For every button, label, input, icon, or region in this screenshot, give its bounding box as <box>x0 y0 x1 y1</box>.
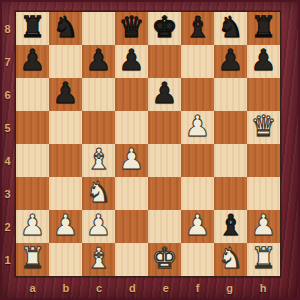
file-label-d: d <box>116 277 150 298</box>
white-pawn: ♟ <box>185 112 211 141</box>
square-b6[interactable]: ♟ <box>49 78 82 111</box>
square-f2[interactable]: ♟ <box>181 210 214 243</box>
white-rook: ♜ <box>251 244 277 273</box>
file-label-e: e <box>149 277 182 298</box>
black-bishop: ♝ <box>218 211 244 240</box>
square-e7[interactable] <box>148 45 181 78</box>
square-c3[interactable]: ♞ <box>82 177 115 210</box>
square-g1[interactable]: ♞ <box>214 243 247 276</box>
square-h2[interactable]: ♟ <box>247 210 280 243</box>
square-f4[interactable] <box>181 144 214 177</box>
square-h4[interactable] <box>247 144 280 177</box>
rank-label-1: 1 <box>0 243 15 276</box>
white-queen: ♛ <box>251 112 277 141</box>
square-a6[interactable] <box>16 78 49 111</box>
black-pawn: ♟ <box>86 46 112 75</box>
square-f8[interactable]: ♝ <box>181 12 214 45</box>
square-d8[interactable]: ♛ <box>115 12 148 45</box>
white-king: ♚ <box>152 244 178 273</box>
square-b5[interactable] <box>49 111 82 144</box>
black-knight: ♞ <box>53 13 79 42</box>
square-a3[interactable] <box>16 177 49 210</box>
square-g4[interactable] <box>214 144 247 177</box>
square-f5[interactable]: ♟ <box>181 111 214 144</box>
square-g7[interactable]: ♟ <box>214 45 247 78</box>
square-b8[interactable]: ♞ <box>49 12 82 45</box>
square-g2[interactable]: ♝ <box>214 210 247 243</box>
square-b1[interactable] <box>49 243 82 276</box>
square-a2[interactable]: ♟ <box>16 210 49 243</box>
file-label-h: h <box>246 277 280 298</box>
square-d6[interactable] <box>115 78 148 111</box>
black-pawn: ♟ <box>251 46 277 75</box>
square-g8[interactable]: ♞ <box>214 12 247 45</box>
square-b4[interactable] <box>49 144 82 177</box>
square-c5[interactable] <box>82 111 115 144</box>
square-d5[interactable] <box>115 111 148 144</box>
square-f1[interactable] <box>181 243 214 276</box>
black-pawn: ♟ <box>119 46 145 75</box>
square-h5[interactable]: ♛ <box>247 111 280 144</box>
file-label-f: f <box>182 277 213 298</box>
square-h1[interactable]: ♜ <box>247 243 280 276</box>
square-e6[interactable]: ♟ <box>148 78 181 111</box>
square-d2[interactable] <box>115 210 148 243</box>
square-a7[interactable]: ♟ <box>16 45 49 78</box>
square-g6[interactable] <box>214 78 247 111</box>
square-h7[interactable]: ♟ <box>247 45 280 78</box>
square-d7[interactable]: ♟ <box>115 45 148 78</box>
black-king: ♚ <box>152 13 178 42</box>
square-h6[interactable] <box>247 78 280 111</box>
rank-label-7: 7 <box>0 45 15 78</box>
square-e5[interactable] <box>148 111 181 144</box>
black-rook: ♜ <box>251 13 277 42</box>
square-a5[interactable] <box>16 111 49 144</box>
square-g3[interactable] <box>214 177 247 210</box>
square-d1[interactable] <box>115 243 148 276</box>
black-rook: ♜ <box>20 13 46 42</box>
rank-label-3: 3 <box>0 177 15 210</box>
square-a4[interactable] <box>16 144 49 177</box>
chess-board: ♜♞♛♚♝♞♜♟♟♟♟♟♟♟♟♛♝♟♞♟♟♟♟♝♟♜♝♚♞♜ <box>15 11 281 277</box>
rank-label-5: 5 <box>0 111 15 144</box>
square-c8[interactable] <box>82 12 115 45</box>
square-b3[interactable] <box>49 177 82 210</box>
white-pawn: ♟ <box>53 211 79 240</box>
rank-label-8: 8 <box>0 12 15 45</box>
file-label-g: g <box>213 277 247 298</box>
file-labels: abcdefgh <box>16 277 280 298</box>
square-e4[interactable] <box>148 144 181 177</box>
black-pawn: ♟ <box>53 79 79 108</box>
square-h8[interactable]: ♜ <box>247 12 280 45</box>
white-bishop: ♝ <box>86 145 112 174</box>
black-pawn: ♟ <box>152 79 178 108</box>
white-bishop: ♝ <box>86 244 112 273</box>
square-f3[interactable] <box>181 177 214 210</box>
square-g5[interactable] <box>214 111 247 144</box>
black-knight: ♞ <box>218 13 244 42</box>
square-e1[interactable]: ♚ <box>148 243 181 276</box>
black-bishop: ♝ <box>185 13 211 42</box>
black-queen: ♛ <box>119 13 145 42</box>
black-pawn: ♟ <box>20 46 46 75</box>
rank-label-6: 6 <box>0 78 15 111</box>
square-e2[interactable] <box>148 210 181 243</box>
square-h3[interactable] <box>247 177 280 210</box>
square-a1[interactable]: ♜ <box>16 243 49 276</box>
white-pawn: ♟ <box>119 145 145 174</box>
square-d3[interactable] <box>115 177 148 210</box>
square-c2[interactable]: ♟ <box>82 210 115 243</box>
file-label-a: a <box>16 277 49 298</box>
white-pawn: ♟ <box>185 211 211 240</box>
square-f6[interactable] <box>181 78 214 111</box>
white-knight: ♞ <box>86 178 112 207</box>
chess-diagram: 87654321 ♜♞♛♚♝♞♜♟♟♟♟♟♟♟♟♛♝♟♞♟♟♟♟♝♟♜♝♚♞♜ … <box>0 0 300 300</box>
white-pawn: ♟ <box>86 211 112 240</box>
square-d4[interactable]: ♟ <box>115 144 148 177</box>
square-c7[interactable]: ♟ <box>82 45 115 78</box>
file-label-b: b <box>49 277 83 298</box>
square-b2[interactable]: ♟ <box>49 210 82 243</box>
square-e8[interactable]: ♚ <box>148 12 181 45</box>
white-pawn: ♟ <box>20 211 46 240</box>
rank-label-2: 2 <box>0 210 15 243</box>
white-rook: ♜ <box>20 244 46 273</box>
file-label-c: c <box>83 277 116 298</box>
white-pawn: ♟ <box>251 211 277 240</box>
square-c4[interactable]: ♝ <box>82 144 115 177</box>
square-b7[interactable] <box>49 45 82 78</box>
rank-label-4: 4 <box>0 144 15 177</box>
square-c6[interactable] <box>82 78 115 111</box>
square-a8[interactable]: ♜ <box>16 12 49 45</box>
white-knight: ♞ <box>218 244 244 273</box>
black-pawn: ♟ <box>218 46 244 75</box>
square-f7[interactable] <box>181 45 214 78</box>
square-c1[interactable]: ♝ <box>82 243 115 276</box>
square-e3[interactable] <box>148 177 181 210</box>
rank-labels: 87654321 <box>0 12 15 276</box>
